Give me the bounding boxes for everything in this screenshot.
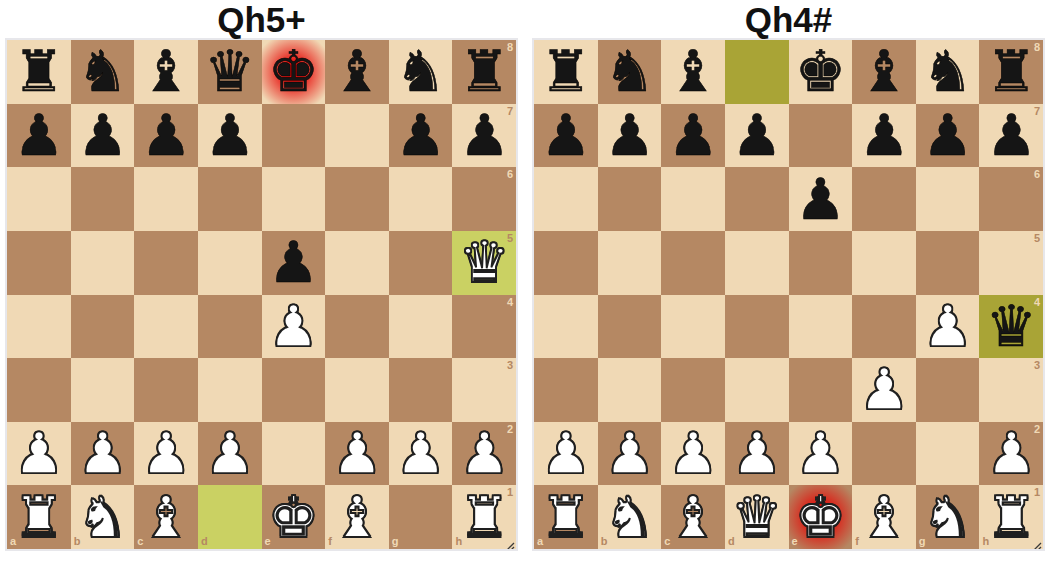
square-g3[interactable]	[389, 358, 453, 422]
square-f4[interactable]	[325, 295, 389, 359]
square-e4[interactable]	[789, 295, 853, 359]
square-c3[interactable]	[134, 358, 198, 422]
square-h7[interactable]: ♟7	[979, 104, 1043, 168]
square-h3[interactable]: 3	[979, 358, 1043, 422]
chess-board-left: ♜♞♝♛♚♝♞♜8♟♟♟♟♟♟76♟♛5♟43♟♟♟♟♟♟♟2♜a♞b♝cd♚e…	[5, 38, 518, 551]
square-f5[interactable]	[325, 231, 389, 295]
square-a3[interactable]	[7, 358, 71, 422]
square-e1[interactable]: ♚e	[262, 485, 326, 549]
square-a7[interactable]: ♟	[534, 104, 598, 168]
square-c6[interactable]	[661, 167, 725, 231]
piece-black-bishop[interactable]: ♝	[668, 43, 719, 100]
piece-white-rook[interactable]: ♜	[459, 489, 510, 546]
square-b4[interactable]	[71, 295, 135, 359]
square-g4[interactable]: ♟	[916, 295, 980, 359]
square-f1[interactable]: ♝f	[325, 485, 389, 549]
piece-white-pawn[interactable]: ♟	[795, 425, 846, 482]
square-c7[interactable]: ♟	[661, 104, 725, 168]
coord-rank-label: 1	[507, 487, 513, 498]
piece-black-pawn[interactable]: ♟	[268, 234, 319, 291]
square-c1[interactable]: ♝c	[134, 485, 198, 549]
square-c8[interactable]: ♝	[134, 40, 198, 104]
square-e8[interactable]: ♚	[262, 40, 326, 104]
square-b6[interactable]	[71, 167, 135, 231]
square-a7[interactable]: ♟	[7, 104, 71, 168]
piece-white-pawn[interactable]: ♟	[331, 425, 382, 482]
coord-file-label: c	[137, 536, 143, 547]
square-b5[interactable]	[71, 231, 135, 295]
square-d6[interactable]	[198, 167, 262, 231]
square-c5[interactable]	[134, 231, 198, 295]
square-d5[interactable]	[198, 231, 262, 295]
square-g3[interactable]	[916, 358, 980, 422]
piece-white-pawn[interactable]: ♟	[668, 425, 719, 482]
square-c2[interactable]: ♟	[661, 422, 725, 486]
coord-rank-label: 3	[1034, 360, 1040, 371]
square-b1[interactable]: ♞b	[598, 485, 662, 549]
coord-rank-label: 5	[1034, 233, 1040, 244]
square-e7[interactable]	[262, 104, 326, 168]
square-c4[interactable]	[134, 295, 198, 359]
piece-black-pawn[interactable]: ♟	[459, 107, 510, 164]
piece-white-pawn[interactable]: ♟	[459, 425, 510, 482]
square-d2[interactable]: ♟	[725, 422, 789, 486]
square-e3[interactable]	[789, 358, 853, 422]
square-e6[interactable]: ♟	[789, 167, 853, 231]
square-c8[interactable]: ♝	[661, 40, 725, 104]
square-e3[interactable]	[262, 358, 326, 422]
coord-rank-label: 1	[1034, 487, 1040, 498]
piece-white-pawn[interactable]: ♟	[395, 425, 446, 482]
piece-white-pawn[interactable]: ♟	[858, 361, 909, 418]
square-h4[interactable]: ♛4	[979, 295, 1043, 359]
square-a6[interactable]	[7, 167, 71, 231]
piece-black-knight[interactable]: ♞	[604, 43, 655, 100]
coord-file-label: e	[265, 536, 271, 547]
square-d6[interactable]	[725, 167, 789, 231]
coord-rank-label: 2	[507, 424, 513, 435]
square-e1[interactable]: ♚e	[789, 485, 853, 549]
square-f8[interactable]: ♝	[852, 40, 916, 104]
square-f3[interactable]	[325, 358, 389, 422]
coord-file-label: g	[919, 536, 926, 547]
coord-file-label: d	[201, 536, 208, 547]
piece-white-knight[interactable]: ♞	[77, 489, 128, 546]
piece-black-bishop[interactable]: ♝	[331, 43, 382, 100]
piece-black-pawn[interactable]: ♟	[858, 107, 909, 164]
square-h1[interactable]: ♜1h	[979, 485, 1043, 549]
square-e2[interactable]: ♟	[789, 422, 853, 486]
coord-file-label: b	[74, 536, 81, 547]
square-a8[interactable]: ♜	[534, 40, 598, 104]
piece-white-pawn[interactable]: ♟	[540, 425, 591, 482]
square-a1[interactable]: ♜a	[534, 485, 598, 549]
piece-black-rook[interactable]: ♜	[13, 43, 64, 100]
square-a6[interactable]	[534, 167, 598, 231]
coord-file-label: d	[728, 536, 735, 547]
square-f4[interactable]	[852, 295, 916, 359]
piece-black-pawn[interactable]: ♟	[986, 107, 1037, 164]
square-f2[interactable]: ♟	[325, 422, 389, 486]
square-d8[interactable]: ♛	[198, 40, 262, 104]
square-a4[interactable]	[534, 295, 598, 359]
square-b5[interactable]	[598, 231, 662, 295]
piece-black-knight[interactable]: ♞	[922, 43, 973, 100]
page: Qh5+ ♜♞♝♛♚♝♞♜8♟♟♟♟♟♟76♟♛5♟43♟♟♟♟♟♟♟2♜a♞b…	[0, 0, 1050, 551]
square-h1[interactable]: ♜1h	[452, 485, 516, 549]
square-b4[interactable]	[598, 295, 662, 359]
coord-file-label: h	[982, 536, 989, 547]
piece-white-pawn[interactable]: ♟	[13, 425, 64, 482]
panel-left: Qh5+ ♜♞♝♛♚♝♞♜8♟♟♟♟♟♟76♟♛5♟43♟♟♟♟♟♟♟2♜a♞b…	[3, 0, 520, 551]
piece-black-pawn[interactable]: ♟	[795, 171, 846, 228]
square-f3[interactable]: ♟	[852, 358, 916, 422]
square-a4[interactable]	[7, 295, 71, 359]
piece-white-pawn[interactable]: ♟	[731, 425, 782, 482]
piece-white-pawn[interactable]: ♟	[922, 298, 973, 355]
square-g2[interactable]	[916, 422, 980, 486]
square-g4[interactable]	[389, 295, 453, 359]
square-g8[interactable]: ♞	[389, 40, 453, 104]
square-d1[interactable]: ♛d	[725, 485, 789, 549]
coord-rank-label: 4	[1034, 297, 1040, 308]
piece-white-rook[interactable]: ♜	[13, 489, 64, 546]
move-title-left: Qh5+	[3, 0, 520, 38]
coord-rank-label: 7	[1034, 106, 1040, 117]
square-g7[interactable]: ♟	[916, 104, 980, 168]
coord-rank-label: 8	[1034, 42, 1040, 53]
piece-black-pawn[interactable]: ♟	[604, 107, 655, 164]
piece-white-knight[interactable]: ♞	[922, 489, 973, 546]
square-f7[interactable]	[325, 104, 389, 168]
piece-black-bishop[interactable]: ♝	[858, 43, 909, 100]
square-g7[interactable]: ♟	[389, 104, 453, 168]
square-d1[interactable]: d	[198, 485, 262, 549]
piece-black-rook[interactable]: ♜	[540, 43, 591, 100]
square-b6[interactable]	[598, 167, 662, 231]
square-a5[interactable]	[7, 231, 71, 295]
piece-white-knight[interactable]: ♞	[604, 489, 655, 546]
piece-black-knight[interactable]: ♞	[77, 43, 128, 100]
square-b1[interactable]: ♞b	[71, 485, 135, 549]
square-h5[interactable]: ♛5	[452, 231, 516, 295]
piece-black-pawn[interactable]: ♟	[922, 107, 973, 164]
square-e5[interactable]: ♟	[262, 231, 326, 295]
square-c4[interactable]	[661, 295, 725, 359]
square-f6[interactable]	[325, 167, 389, 231]
piece-black-queen[interactable]: ♛	[986, 298, 1037, 355]
square-d3[interactable]	[198, 358, 262, 422]
square-h2[interactable]: ♟2	[452, 422, 516, 486]
piece-white-king[interactable]: ♚	[268, 489, 319, 546]
square-c2[interactable]: ♟	[134, 422, 198, 486]
chess-board-right: ♜♞♝♚♝♞♜8♟♟♟♟♟♟♟7♟65♟♛4♟3♟♟♟♟♟♟2♜a♞b♝c♛d♚…	[532, 38, 1045, 551]
piece-black-pawn[interactable]: ♟	[668, 107, 719, 164]
square-e6[interactable]	[262, 167, 326, 231]
coord-rank-label: 3	[507, 360, 513, 371]
piece-white-queen[interactable]: ♛	[731, 489, 782, 546]
square-a3[interactable]	[534, 358, 598, 422]
square-d4[interactable]	[725, 295, 789, 359]
square-e4[interactable]: ♟	[262, 295, 326, 359]
piece-black-pawn[interactable]: ♟	[77, 107, 128, 164]
piece-black-pawn[interactable]: ♟	[13, 107, 64, 164]
move-title-right: Qh4#	[530, 0, 1047, 38]
piece-white-king[interactable]: ♚	[795, 489, 846, 546]
piece-black-pawn[interactable]: ♟	[141, 107, 192, 164]
square-f7[interactable]: ♟	[852, 104, 916, 168]
square-g6[interactable]	[916, 167, 980, 231]
piece-white-pawn[interactable]: ♟	[604, 425, 655, 482]
square-a5[interactable]	[534, 231, 598, 295]
square-d7[interactable]: ♟	[725, 104, 789, 168]
piece-black-queen[interactable]: ♛	[204, 43, 255, 100]
piece-white-bishop[interactable]: ♝	[331, 489, 382, 546]
coord-file-label: c	[664, 536, 670, 547]
square-h3[interactable]: 3	[452, 358, 516, 422]
coord-rank-label: 5	[507, 233, 513, 244]
piece-black-pawn[interactable]: ♟	[395, 107, 446, 164]
square-b2[interactable]: ♟	[71, 422, 135, 486]
square-g1[interactable]: ♞g	[916, 485, 980, 549]
coord-rank-label: 8	[507, 42, 513, 53]
square-b3[interactable]	[71, 358, 135, 422]
square-f6[interactable]	[852, 167, 916, 231]
square-g2[interactable]: ♟	[389, 422, 453, 486]
square-g5[interactable]	[389, 231, 453, 295]
coord-rank-label: 2	[1034, 424, 1040, 435]
piece-black-bishop[interactable]: ♝	[141, 43, 192, 100]
square-b8[interactable]: ♞	[598, 40, 662, 104]
piece-white-pawn[interactable]: ♟	[986, 425, 1037, 482]
square-g1[interactable]: g	[389, 485, 453, 549]
square-c6[interactable]	[134, 167, 198, 231]
piece-white-bishop[interactable]: ♝	[858, 489, 909, 546]
coord-file-label: h	[455, 536, 462, 547]
square-g8[interactable]: ♞	[916, 40, 980, 104]
square-f5[interactable]	[852, 231, 916, 295]
square-f2[interactable]	[852, 422, 916, 486]
square-h6[interactable]: 6	[979, 167, 1043, 231]
square-d2[interactable]: ♟	[198, 422, 262, 486]
square-h5[interactable]: 5	[979, 231, 1043, 295]
square-f8[interactable]: ♝	[325, 40, 389, 104]
square-d5[interactable]	[725, 231, 789, 295]
coord-file-label: a	[10, 536, 16, 547]
square-b2[interactable]: ♟	[598, 422, 662, 486]
resize-handle-icon[interactable]	[1031, 537, 1042, 548]
square-g5[interactable]	[916, 231, 980, 295]
coord-rank-label: 7	[507, 106, 513, 117]
coord-file-label: e	[792, 536, 798, 547]
panel-right: Qh4# ♜♞♝♚♝♞♜8♟♟♟♟♟♟♟7♟65♟♛4♟3♟♟♟♟♟♟2♜a♞b…	[530, 0, 1047, 551]
square-g6[interactable]	[389, 167, 453, 231]
coord-rank-label: 6	[1034, 169, 1040, 180]
piece-black-rook[interactable]: ♜	[986, 43, 1037, 100]
square-b7[interactable]: ♟	[71, 104, 135, 168]
resize-handle-icon[interactable]	[504, 537, 515, 548]
piece-black-knight[interactable]: ♞	[395, 43, 446, 100]
piece-white-rook[interactable]: ♜	[986, 489, 1037, 546]
piece-black-rook[interactable]: ♜	[459, 43, 510, 100]
square-a2[interactable]: ♟	[7, 422, 71, 486]
piece-white-rook[interactable]: ♜	[540, 489, 591, 546]
square-d4[interactable]	[198, 295, 262, 359]
square-h2[interactable]: ♟2	[979, 422, 1043, 486]
piece-black-pawn[interactable]: ♟	[204, 107, 255, 164]
square-h8[interactable]: ♜8	[979, 40, 1043, 104]
piece-white-pawn[interactable]: ♟	[204, 425, 255, 482]
square-d3[interactable]	[725, 358, 789, 422]
piece-black-pawn[interactable]: ♟	[731, 107, 782, 164]
square-d7[interactable]: ♟	[198, 104, 262, 168]
square-a2[interactable]: ♟	[534, 422, 598, 486]
square-a1[interactable]: ♜a	[7, 485, 71, 549]
coord-file-label: f	[328, 536, 332, 547]
square-a8[interactable]: ♜	[7, 40, 71, 104]
square-e8[interactable]: ♚	[789, 40, 853, 104]
coord-file-label: g	[392, 536, 399, 547]
square-c5[interactable]	[661, 231, 725, 295]
square-h8[interactable]: ♜8	[452, 40, 516, 104]
piece-white-pawn[interactable]: ♟	[77, 425, 128, 482]
piece-black-king[interactable]: ♚	[268, 43, 319, 100]
piece-white-bishop[interactable]: ♝	[668, 489, 719, 546]
square-e5[interactable]	[789, 231, 853, 295]
square-d8[interactable]	[725, 40, 789, 104]
square-c3[interactable]	[661, 358, 725, 422]
square-c7[interactable]: ♟	[134, 104, 198, 168]
piece-white-pawn[interactable]: ♟	[268, 298, 319, 355]
piece-black-pawn[interactable]: ♟	[540, 107, 591, 164]
square-e7[interactable]	[789, 104, 853, 168]
square-b8[interactable]: ♞	[71, 40, 135, 104]
square-h7[interactable]: ♟7	[452, 104, 516, 168]
piece-white-pawn[interactable]: ♟	[141, 425, 192, 482]
square-c1[interactable]: ♝c	[661, 485, 725, 549]
piece-white-bishop[interactable]: ♝	[141, 489, 192, 546]
coord-file-label: f	[855, 536, 859, 547]
square-h6[interactable]: 6	[452, 167, 516, 231]
square-b7[interactable]: ♟	[598, 104, 662, 168]
square-h4[interactable]: 4	[452, 295, 516, 359]
piece-white-queen[interactable]: ♛	[459, 234, 510, 291]
coord-file-label: a	[537, 536, 543, 547]
piece-black-king[interactable]: ♚	[795, 43, 846, 100]
coord-rank-label: 6	[507, 169, 513, 180]
square-e2[interactable]	[262, 422, 326, 486]
square-b3[interactable]	[598, 358, 662, 422]
square-f1[interactable]: ♝f	[852, 485, 916, 549]
coord-rank-label: 4	[507, 297, 513, 308]
coord-file-label: b	[601, 536, 608, 547]
